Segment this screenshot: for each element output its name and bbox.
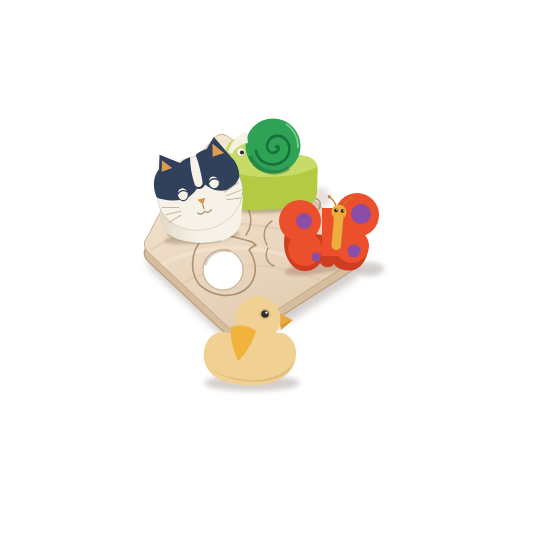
snail-eye bbox=[237, 148, 246, 157]
photo-canvas bbox=[0, 0, 536, 536]
snail-shell bbox=[246, 119, 301, 174]
toy-scene bbox=[0, 0, 536, 536]
finger-hole bbox=[203, 250, 243, 290]
chick-eye bbox=[260, 309, 270, 319]
